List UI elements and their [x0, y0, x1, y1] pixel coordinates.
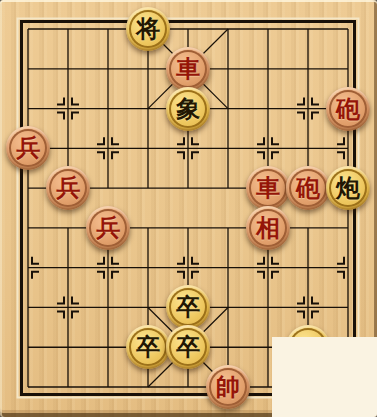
red-soldier-3-glyph: 兵 — [89, 209, 127, 247]
piece-black-soldier-1[interactable]: 卒 — [166, 285, 210, 329]
piece-black-general[interactable]: 将 — [126, 7, 170, 51]
black-soldier-3-glyph: 卒 — [169, 328, 207, 366]
red-soldier-2-glyph: 兵 — [49, 169, 87, 207]
red-general-glyph: 帥 — [209, 368, 247, 406]
piece-red-chariot-1[interactable]: 車 — [166, 47, 210, 91]
red-chariot-2-glyph: 車 — [249, 169, 287, 207]
piece-black-soldier-2[interactable]: 卒 — [126, 325, 170, 369]
red-cannon-2-glyph: 砲 — [289, 169, 327, 207]
black-cannon-glyph: 炮 — [329, 169, 367, 207]
piece-red-soldier-2[interactable]: 兵 — [46, 166, 90, 210]
piece-red-cannon-2[interactable]: 砲 — [286, 166, 330, 210]
black-general-glyph: 将 — [129, 10, 167, 48]
piece-red-chariot-2[interactable]: 車 — [246, 166, 290, 210]
piece-black-cannon[interactable]: 炮 — [326, 166, 370, 210]
black-soldier-1-glyph: 卒 — [169, 288, 207, 326]
piece-red-elephant[interactable]: 相 — [246, 206, 290, 250]
red-chariot-1-glyph: 車 — [169, 50, 207, 88]
piece-black-elephant[interactable]: 象 — [166, 87, 210, 131]
piece-black-soldier-3[interactable]: 卒 — [166, 325, 210, 369]
xiangqi-board: 将車象砲兵兵車砲炮兵相卒卒卒帥 — [0, 0, 377, 417]
black-soldier-2-glyph: 卒 — [129, 328, 167, 366]
piece-red-soldier-3[interactable]: 兵 — [86, 206, 130, 250]
piece-red-cannon-1[interactable]: 砲 — [326, 87, 370, 131]
piece-red-general[interactable]: 帥 — [206, 365, 250, 409]
black-elephant-glyph: 象 — [169, 90, 207, 128]
red-soldier-1-glyph: 兵 — [9, 129, 47, 167]
red-cannon-1-glyph: 砲 — [329, 90, 367, 128]
blank-panel-overlay — [272, 337, 377, 417]
red-elephant-glyph: 相 — [249, 209, 287, 247]
piece-red-soldier-1[interactable]: 兵 — [6, 126, 50, 170]
